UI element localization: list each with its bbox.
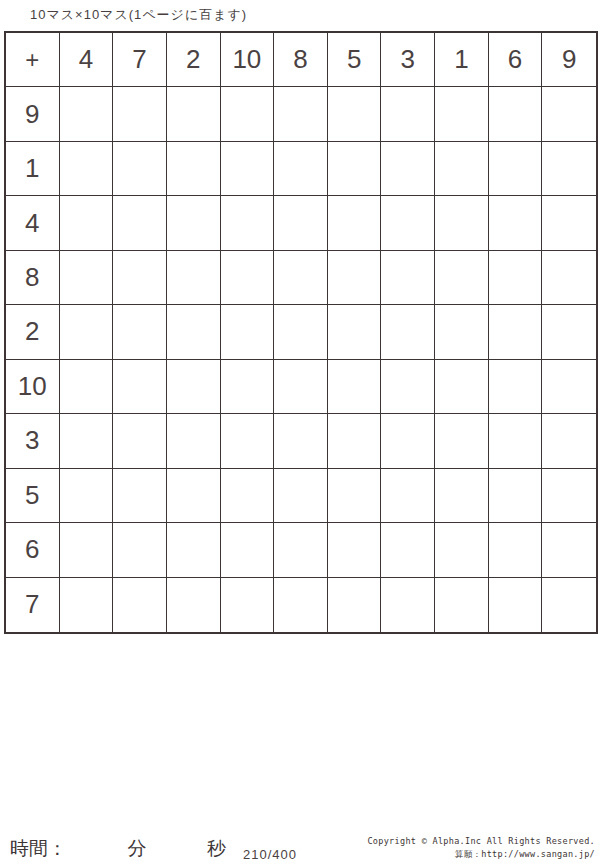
answer-cell-r9c7: [381, 523, 435, 577]
answer-cell-r6c5: [274, 360, 328, 414]
answer-cell-r3c8: [435, 196, 489, 250]
answer-cell-r2c9: [489, 142, 543, 196]
answer-cell-r7c5: [274, 414, 328, 468]
row-header-cell-7: 3: [6, 414, 60, 468]
answer-cell-r2c10: [542, 142, 596, 196]
worksheet-title: 10マス×10マス(1ページに百ます): [30, 6, 247, 24]
col-header-cell-6: 5: [328, 33, 382, 87]
credits-block: Copyright © Alpha.Inc All Rights Reserve…: [367, 835, 595, 860]
answer-cell-r7c1: [60, 414, 114, 468]
answer-cell-r10c8: [435, 578, 489, 632]
answer-cell-r7c8: [435, 414, 489, 468]
answer-cell-r5c7: [381, 305, 435, 359]
answer-cell-r5c8: [435, 305, 489, 359]
answer-cell-r9c9: [489, 523, 543, 577]
answer-cell-r5c4: [221, 305, 275, 359]
seconds-label: 秒: [207, 836, 226, 862]
row-header-cell-9: 6: [6, 523, 60, 577]
col-header-cell-4: 10: [221, 33, 275, 87]
answer-cell-r4c9: [489, 251, 543, 305]
answer-cell-r7c6: [328, 414, 382, 468]
row-header-cell-2: 1: [6, 142, 60, 196]
answer-cell-r10c10: [542, 578, 596, 632]
answer-cell-r5c6: [328, 305, 382, 359]
answer-cell-r2c1: [60, 142, 114, 196]
answer-cell-r3c7: [381, 196, 435, 250]
answer-cell-r9c2: [113, 523, 167, 577]
row-header-cell-10: 7: [6, 578, 60, 632]
row-header-cell-5: 2: [6, 305, 60, 359]
time-label: 時間：: [10, 836, 67, 862]
answer-cell-r1c10: [542, 87, 596, 141]
row-header-cell-3: 4: [6, 196, 60, 250]
answer-cell-r6c6: [328, 360, 382, 414]
answer-cell-r8c10: [542, 469, 596, 523]
answer-cell-r8c6: [328, 469, 382, 523]
answer-cell-r9c6: [328, 523, 382, 577]
answer-cell-r10c9: [489, 578, 543, 632]
credit-url-line: 算願：http://www.sangan.jp/: [367, 848, 595, 861]
answer-cell-r4c2: [113, 251, 167, 305]
answer-cell-r3c9: [489, 196, 543, 250]
answer-cell-r4c4: [221, 251, 275, 305]
answer-cell-r10c2: [113, 578, 167, 632]
answer-cell-r8c3: [167, 469, 221, 523]
answer-cell-r10c5: [274, 578, 328, 632]
minutes-label: 分: [128, 836, 147, 862]
worksheet-page: 10マス×10マス(1ページに百ます) +4721085316991482103…: [0, 0, 600, 865]
answer-cell-r10c6: [328, 578, 382, 632]
answer-cell-r5c2: [113, 305, 167, 359]
answer-cell-r8c5: [274, 469, 328, 523]
answer-cell-r3c2: [113, 196, 167, 250]
answer-cell-r5c3: [167, 305, 221, 359]
answer-cell-r2c7: [381, 142, 435, 196]
answer-cell-r7c10: [542, 414, 596, 468]
answer-cell-r5c5: [274, 305, 328, 359]
answer-cell-r3c4: [221, 196, 275, 250]
answer-cell-r9c5: [274, 523, 328, 577]
answer-cell-r1c9: [489, 87, 543, 141]
answer-cell-r10c7: [381, 578, 435, 632]
page-number: 210/400: [243, 847, 297, 862]
answer-cell-r10c3: [167, 578, 221, 632]
answer-cell-r1c7: [381, 87, 435, 141]
col-header-cell-2: 7: [113, 33, 167, 87]
row-header-cell-1: 9: [6, 87, 60, 141]
answer-cell-r3c3: [167, 196, 221, 250]
col-header-cell-7: 3: [381, 33, 435, 87]
answer-cell-r9c8: [435, 523, 489, 577]
answer-cell-r7c4: [221, 414, 275, 468]
answer-cell-r6c10: [542, 360, 596, 414]
copyright-line: Copyright © Alpha.Inc All Rights Reserve…: [367, 835, 595, 848]
answer-cell-r2c6: [328, 142, 382, 196]
answer-cell-r4c5: [274, 251, 328, 305]
answer-cell-r1c5: [274, 87, 328, 141]
answer-cell-r2c2: [113, 142, 167, 196]
answer-cell-r5c1: [60, 305, 114, 359]
row-header-cell-4: 8: [6, 251, 60, 305]
answer-cell-r3c5: [274, 196, 328, 250]
answer-cell-r1c8: [435, 87, 489, 141]
answer-cell-r8c8: [435, 469, 489, 523]
col-header-cell-1: 4: [60, 33, 114, 87]
col-header-cell-10: 9: [542, 33, 596, 87]
answer-cell-r6c8: [435, 360, 489, 414]
col-header-cell-8: 1: [435, 33, 489, 87]
row-header-cell-6: 10: [6, 360, 60, 414]
answer-cell-r4c6: [328, 251, 382, 305]
time-entry-line: 時間： 分 秒: [8, 836, 234, 865]
answer-cell-r5c10: [542, 305, 596, 359]
answer-cell-r1c4: [221, 87, 275, 141]
answer-cell-r7c7: [381, 414, 435, 468]
answer-cell-r6c7: [381, 360, 435, 414]
answer-cell-r4c1: [60, 251, 114, 305]
answer-cell-r1c1: [60, 87, 114, 141]
answer-cell-r10c1: [60, 578, 114, 632]
answer-cell-r7c9: [489, 414, 543, 468]
answer-cell-r8c7: [381, 469, 435, 523]
row-header-cell-8: 5: [6, 469, 60, 523]
answer-cell-r4c10: [542, 251, 596, 305]
answer-cell-r6c9: [489, 360, 543, 414]
answer-cell-r1c6: [328, 87, 382, 141]
operator-cell: +: [6, 33, 60, 87]
answer-cell-r5c9: [489, 305, 543, 359]
col-header-cell-9: 6: [489, 33, 543, 87]
answer-cell-r9c10: [542, 523, 596, 577]
answer-cell-r2c4: [221, 142, 275, 196]
answer-cell-r10c4: [221, 578, 275, 632]
answer-cell-r8c2: [113, 469, 167, 523]
answer-cell-r2c3: [167, 142, 221, 196]
answer-cell-r9c1: [60, 523, 114, 577]
col-header-cell-3: 2: [167, 33, 221, 87]
answer-cell-r2c8: [435, 142, 489, 196]
answer-cell-r4c3: [167, 251, 221, 305]
answer-cell-r8c9: [489, 469, 543, 523]
answer-cell-r6c3: [167, 360, 221, 414]
answer-cell-r9c4: [221, 523, 275, 577]
answer-cell-r8c1: [60, 469, 114, 523]
answer-cell-r3c6: [328, 196, 382, 250]
addition-grid: +4721085316991482103567: [4, 31, 598, 634]
answer-cell-r4c8: [435, 251, 489, 305]
answer-cell-r7c3: [167, 414, 221, 468]
answer-cell-r3c10: [542, 196, 596, 250]
answer-cell-r6c4: [221, 360, 275, 414]
answer-cell-r6c2: [113, 360, 167, 414]
answer-cell-r7c2: [113, 414, 167, 468]
answer-cell-r3c1: [60, 196, 114, 250]
answer-cell-r6c1: [60, 360, 114, 414]
col-header-cell-5: 8: [274, 33, 328, 87]
answer-cell-r9c3: [167, 523, 221, 577]
answer-cell-r1c2: [113, 87, 167, 141]
answer-cell-r2c5: [274, 142, 328, 196]
answer-cell-r4c7: [381, 251, 435, 305]
answer-cell-r8c4: [221, 469, 275, 523]
answer-cell-r1c3: [167, 87, 221, 141]
